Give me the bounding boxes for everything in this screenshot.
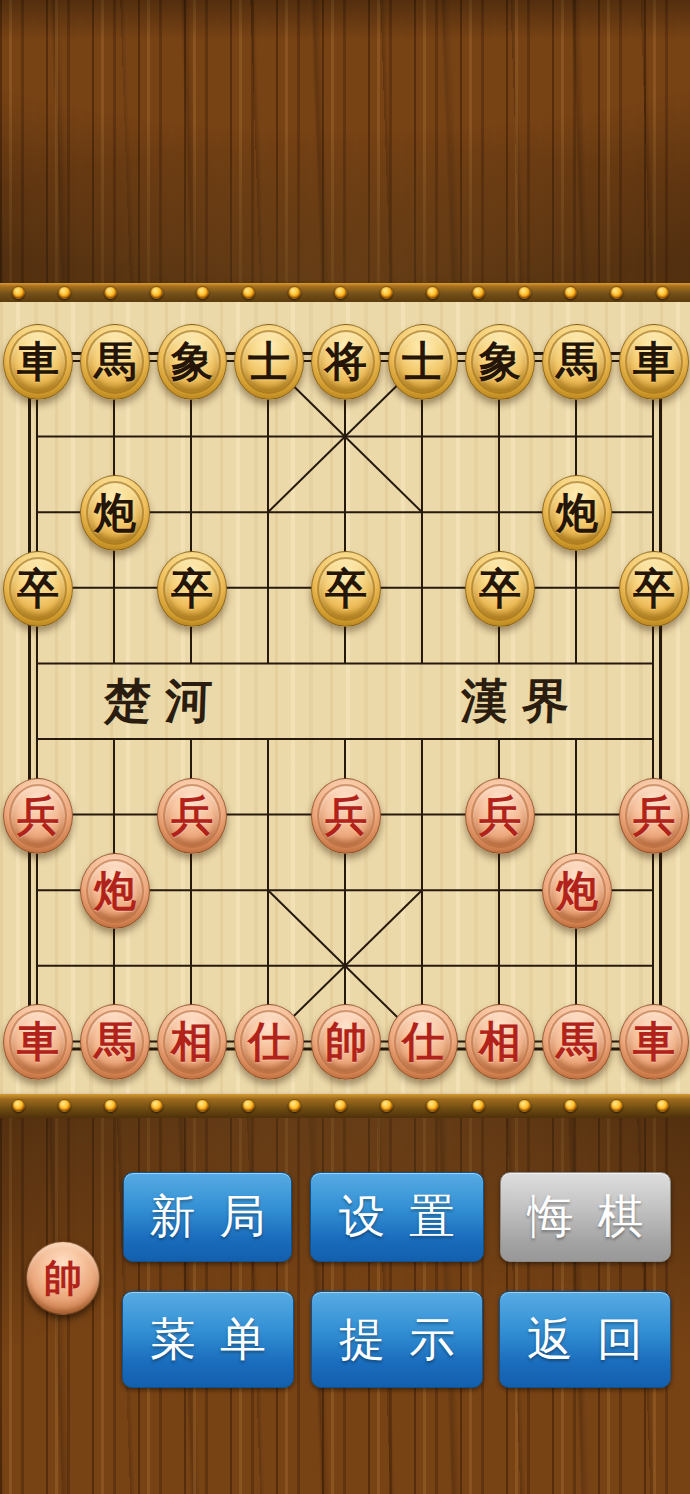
piece-glyph: 仕	[402, 1021, 444, 1063]
stud-icon	[472, 286, 485, 299]
piece-glyph: 卒	[479, 568, 521, 610]
turn-indicator-glyph: 帥	[44, 1259, 82, 1297]
piece-glyph: 兵	[633, 795, 675, 837]
stud-icon	[196, 286, 209, 299]
stud-icon	[288, 1099, 301, 1112]
piece-red-advisor[interactable]: 仕	[388, 1004, 458, 1080]
piece-red-elephant[interactable]: 相	[465, 1004, 535, 1080]
piece-glyph: 炮	[94, 492, 136, 534]
piece-glyph: 兵	[479, 795, 521, 837]
piece-glyph: 車	[17, 1021, 59, 1063]
stud-icon	[426, 1099, 439, 1112]
stud-icon	[242, 1099, 255, 1112]
piece-black-general[interactable]: 将	[311, 324, 381, 400]
piece-glyph: 卒	[17, 568, 59, 610]
stud-icon	[58, 286, 71, 299]
stud-icon	[104, 286, 117, 299]
piece-red-general[interactable]: 帥	[311, 1004, 381, 1080]
piece-black-chariot[interactable]: 車	[3, 324, 73, 400]
piece-red-advisor[interactable]: 仕	[234, 1004, 304, 1080]
xiangqi-board[interactable]: 楚河 漢界 車馬象士将士象馬車炮炮卒卒卒卒卒兵兵兵兵兵炮炮車馬相仕帥仕相馬車	[0, 302, 690, 1094]
piece-glyph: 炮	[94, 870, 136, 912]
piece-black-soldier[interactable]: 卒	[311, 551, 381, 627]
piece-glyph: 馬	[556, 1021, 598, 1063]
piece-glyph: 卒	[171, 568, 213, 610]
piece-glyph: 兵	[171, 795, 213, 837]
piece-black-soldier[interactable]: 卒	[465, 551, 535, 627]
stud-icon	[288, 286, 301, 299]
stud-icon	[196, 1099, 209, 1112]
board-studded-edge-top	[0, 283, 690, 302]
stud-icon	[564, 286, 577, 299]
piece-red-cannon[interactable]: 炮	[542, 853, 612, 929]
stud-icon	[518, 286, 531, 299]
stud-icon	[150, 286, 163, 299]
back-button[interactable]: 返回	[499, 1291, 671, 1388]
stud-icon	[518, 1099, 531, 1112]
piece-red-cannon[interactable]: 炮	[80, 853, 150, 929]
piece-black-soldier[interactable]: 卒	[619, 551, 689, 627]
piece-glyph: 馬	[556, 341, 598, 383]
stud-icon	[656, 286, 669, 299]
stud-icon	[472, 1099, 485, 1112]
piece-black-elephant[interactable]: 象	[465, 324, 535, 400]
piece-glyph: 兵	[17, 795, 59, 837]
board-studded-edge-bottom	[0, 1094, 690, 1118]
stud-icon	[104, 1099, 117, 1112]
piece-black-chariot[interactable]: 車	[619, 324, 689, 400]
stud-icon	[12, 286, 25, 299]
piece-glyph: 車	[633, 341, 675, 383]
piece-red-horse[interactable]: 馬	[80, 1004, 150, 1080]
piece-red-chariot[interactable]: 車	[619, 1004, 689, 1080]
river-label-left: 楚河	[89, 674, 241, 728]
piece-glyph: 炮	[556, 492, 598, 534]
stud-icon	[12, 1099, 25, 1112]
piece-glyph: 将	[325, 341, 367, 383]
piece-black-elephant[interactable]: 象	[157, 324, 227, 400]
piece-black-advisor[interactable]: 士	[234, 324, 304, 400]
piece-red-soldier[interactable]: 兵	[619, 778, 689, 854]
piece-glyph: 卒	[633, 568, 675, 610]
stud-icon	[58, 1099, 71, 1112]
piece-glyph: 相	[479, 1021, 521, 1063]
piece-glyph: 馬	[94, 341, 136, 383]
piece-glyph: 馬	[94, 1021, 136, 1063]
piece-black-horse[interactable]: 馬	[542, 324, 612, 400]
piece-red-soldier[interactable]: 兵	[157, 778, 227, 854]
wood-background-top	[0, 0, 690, 283]
piece-black-soldier[interactable]: 卒	[157, 551, 227, 627]
settings-button[interactable]: 设置	[310, 1172, 484, 1262]
piece-black-cannon[interactable]: 炮	[80, 475, 150, 551]
piece-glyph: 炮	[556, 870, 598, 912]
stud-icon	[242, 286, 255, 299]
piece-glyph: 象	[171, 341, 213, 383]
stud-icon	[610, 1099, 623, 1112]
stud-icon	[426, 286, 439, 299]
piece-glyph: 車	[633, 1021, 675, 1063]
stud-icon	[380, 1099, 393, 1112]
piece-black-advisor[interactable]: 士	[388, 324, 458, 400]
stud-icon	[150, 1099, 163, 1112]
piece-red-soldier[interactable]: 兵	[465, 778, 535, 854]
piece-glyph: 象	[479, 341, 521, 383]
piece-glyph: 相	[171, 1021, 213, 1063]
piece-red-soldier[interactable]: 兵	[3, 778, 73, 854]
piece-glyph: 車	[17, 341, 59, 383]
piece-glyph: 帥	[325, 1021, 367, 1063]
stud-icon	[656, 1099, 669, 1112]
stud-icon	[334, 1099, 347, 1112]
stud-icon	[564, 1099, 577, 1112]
xiangqi-app-screen: 楚河 漢界 車馬象士将士象馬車炮炮卒卒卒卒卒兵兵兵兵兵炮炮車馬相仕帥仕相馬車 帥…	[0, 0, 690, 1494]
piece-glyph: 士	[402, 341, 444, 383]
menu-button[interactable]: 菜单	[122, 1291, 294, 1388]
piece-glyph: 卒	[325, 568, 367, 610]
turn-indicator-red-general: 帥	[26, 1241, 100, 1315]
stud-icon	[334, 286, 347, 299]
undo-button: 悔棋	[500, 1172, 671, 1262]
piece-red-soldier[interactable]: 兵	[311, 778, 381, 854]
river-label-right: 漢界	[446, 674, 598, 728]
piece-glyph: 兵	[325, 795, 367, 837]
piece-red-horse[interactable]: 馬	[542, 1004, 612, 1080]
piece-black-cannon[interactable]: 炮	[542, 475, 612, 551]
piece-glyph: 仕	[248, 1021, 290, 1063]
hint-button[interactable]: 提示	[311, 1291, 483, 1388]
piece-black-horse[interactable]: 馬	[80, 324, 150, 400]
new-game-button[interactable]: 新局	[123, 1172, 292, 1262]
stud-icon	[380, 286, 393, 299]
piece-black-soldier[interactable]: 卒	[3, 551, 73, 627]
stud-icon	[610, 286, 623, 299]
piece-glyph: 士	[248, 341, 290, 383]
piece-red-chariot[interactable]: 車	[3, 1004, 73, 1080]
piece-red-elephant[interactable]: 相	[157, 1004, 227, 1080]
